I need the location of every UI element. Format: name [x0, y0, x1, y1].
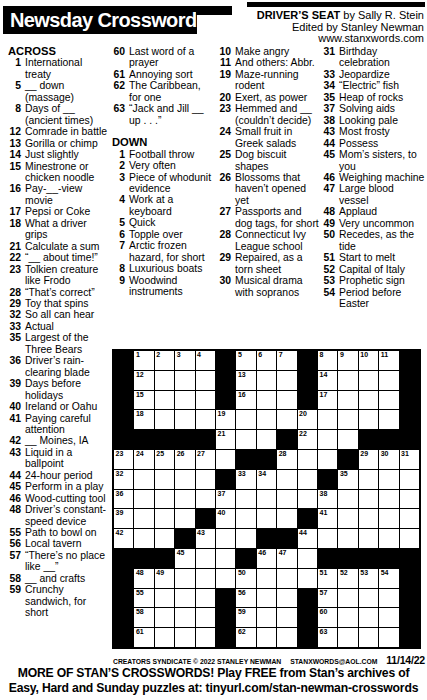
- cell-r13c9[interactable]: [277, 589, 296, 608]
- cell-r3c13[interactable]: [359, 391, 378, 410]
- cell-r3c9[interactable]: [277, 391, 296, 410]
- cell-r10c11[interactable]: [318, 529, 337, 548]
- cell-r14c3[interactable]: [155, 608, 174, 627]
- clue-number: 12: [8, 126, 21, 137]
- clue-number: 42: [8, 435, 21, 446]
- clue-text: Work at a keyboard: [129, 194, 173, 216]
- cell-r15c11[interactable]: 63: [318, 628, 337, 647]
- cell-r3c2[interactable]: 15: [134, 391, 153, 410]
- cell-r12c5[interactable]: [196, 569, 215, 588]
- cell-r13c14[interactable]: [379, 589, 398, 608]
- cell-r9c3[interactable]: [155, 509, 174, 528]
- cell-r9c1[interactable]: 39: [114, 509, 133, 528]
- cell-r3c11[interactable]: 17: [318, 391, 337, 410]
- cell-r9c12[interactable]: [338, 509, 357, 528]
- clue-number: 18: [8, 218, 21, 229]
- clue-text: Solving aids: [339, 103, 395, 114]
- cell-r8c14[interactable]: [379, 490, 398, 509]
- cell-r2c13[interactable]: [359, 371, 378, 390]
- cell-r2c9[interactable]: [277, 371, 296, 390]
- cell-number: 18: [136, 410, 144, 419]
- cell-r3c5[interactable]: [196, 391, 215, 410]
- cell-r11c6[interactable]: [216, 549, 235, 568]
- cell-r9c9[interactable]: [277, 509, 296, 528]
- clue-number: 29: [8, 298, 21, 309]
- cell-r9c13[interactable]: [359, 509, 378, 528]
- black-cell-r5c14: [379, 430, 398, 449]
- cell-r7c1[interactable]: 32: [114, 470, 133, 489]
- cell-r14c14[interactable]: [379, 608, 398, 627]
- cell-r7c13[interactable]: [359, 470, 378, 489]
- cell-r15c5[interactable]: [196, 628, 215, 647]
- black-cell-r4c1: [114, 410, 133, 429]
- clue-text: “That’s correct”: [25, 287, 95, 298]
- cell-r12c13[interactable]: 53: [359, 569, 378, 588]
- puzzle-credits: DRIVER’S SEAT by Sally R. Stein Edited b…: [257, 10, 424, 45]
- cell-r15c4[interactable]: [175, 628, 194, 647]
- cell-r8c6[interactable]: 37: [216, 490, 235, 509]
- cell-r1c5[interactable]: 4: [196, 351, 215, 370]
- clue-text: Arctic frozen hazard, for short: [129, 240, 205, 262]
- clue-text: Passports and dog tags, for short: [235, 206, 319, 228]
- cell-number: 21: [217, 430, 225, 439]
- cell-r13c12[interactable]: [338, 589, 357, 608]
- black-cell-r9c10: [298, 509, 317, 528]
- cell-r1c7[interactable]: 5: [236, 351, 255, 370]
- cell-r4c6[interactable]: 19: [216, 410, 235, 429]
- cell-r15c7[interactable]: 62: [236, 628, 255, 647]
- cell-r2c12[interactable]: [338, 371, 357, 390]
- clue-down-5: 5Quick: [112, 217, 213, 228]
- clue-number: 2: [112, 160, 125, 171]
- clue-across-56: 56Local tavern: [8, 538, 108, 549]
- black-cell-r3c6: [216, 391, 235, 410]
- cell-r11c4[interactable]: 45: [175, 549, 194, 568]
- cell-number: 52: [340, 569, 348, 578]
- cell-r4c14[interactable]: [379, 410, 398, 429]
- clue-down-43: 43Most frosty: [322, 126, 426, 137]
- cell-r11c8[interactable]: 46: [257, 549, 276, 568]
- cell-r15c14[interactable]: [379, 628, 398, 647]
- clue-text: Small fruit in Greek salads: [235, 126, 296, 148]
- cell-r4c3[interactable]: [155, 410, 174, 429]
- clue-across-32: 32So all can hear: [8, 309, 108, 320]
- cell-r8c8[interactable]: [257, 490, 276, 509]
- clue-across-1: 1International treaty: [8, 57, 108, 80]
- cell-r12c7[interactable]: 50: [236, 569, 255, 588]
- cell-r11c5[interactable]: [196, 549, 215, 568]
- clue-down-52: 52Capital of Italy: [322, 264, 426, 275]
- cell-r8c2[interactable]: [134, 490, 153, 509]
- cell-r6c15[interactable]: 31: [400, 450, 419, 469]
- puzzle-title-line: DRIVER’S SEAT by Sally R. Stein: [257, 10, 424, 22]
- cell-r10c6[interactable]: [216, 529, 235, 548]
- clue-text: Liquid in a ballpoint: [25, 447, 72, 469]
- black-cell-r14c1: [114, 608, 133, 627]
- clue-down-8: 8Luxurious boats: [112, 263, 213, 274]
- clue-text: Crunchy sandwich, for short: [25, 584, 86, 618]
- cell-r5c6[interactable]: 21: [216, 430, 235, 449]
- cell-number: 34: [258, 470, 266, 479]
- clue-number: 44: [8, 470, 21, 481]
- clue-number: 15: [8, 161, 21, 172]
- clue-number: 43: [8, 447, 21, 458]
- clue-down-9: 9Woodwind instruments: [112, 275, 213, 298]
- cell-r15c12[interactable]: [338, 628, 357, 647]
- cell-number: 20: [299, 410, 307, 419]
- cell-r13c13[interactable]: [359, 589, 378, 608]
- cell-r9c15[interactable]: [400, 509, 419, 528]
- clue-text: 24-hour period: [25, 470, 93, 481]
- cell-r2c4[interactable]: [175, 371, 194, 390]
- clue-number: 23: [218, 103, 231, 114]
- clue-number: 30: [218, 275, 231, 286]
- cell-number: 45: [177, 549, 185, 558]
- cell-r5c10[interactable]: 22: [298, 430, 317, 449]
- clue-down-11: 11And others: Abbr.: [218, 57, 321, 68]
- black-cell-r11c13: [359, 549, 378, 568]
- black-cell-r11c1: [114, 549, 133, 568]
- cell-r10c15[interactable]: [400, 529, 419, 548]
- clue-number: 53: [322, 275, 335, 286]
- cell-r10c1[interactable]: 42: [114, 529, 133, 548]
- cell-r9c2[interactable]: [134, 509, 153, 528]
- cell-r2c5[interactable]: [196, 371, 215, 390]
- clue-number: 39: [8, 378, 21, 389]
- black-cell-r10c4: [175, 529, 194, 548]
- cell-r4c9[interactable]: [277, 410, 296, 429]
- cell-r8c11[interactable]: 38: [318, 490, 337, 509]
- cell-number: 46: [258, 549, 266, 558]
- clue-text: Capital of Italy: [339, 264, 405, 275]
- cell-r6c13[interactable]: 29: [359, 450, 378, 469]
- clue-across-23: 23Tolkien creature like Frodo: [8, 264, 108, 287]
- cell-number: 51: [319, 569, 327, 578]
- cell-number: 2: [156, 351, 160, 360]
- cell-r13c7[interactable]: 56: [236, 589, 255, 608]
- cell-r14c5[interactable]: [196, 608, 215, 627]
- clue-number: 10: [218, 46, 231, 57]
- cell-r10c14[interactable]: [379, 529, 398, 548]
- cell-r9c11[interactable]: 41: [318, 509, 337, 528]
- clue-text: Ireland or Oahu: [25, 401, 97, 412]
- cell-r4c7[interactable]: [236, 410, 255, 429]
- black-cell-r15c1: [114, 628, 133, 647]
- cell-r2c2[interactable]: 12: [134, 371, 153, 390]
- clue-number: 44: [322, 138, 335, 149]
- clue-number: 4: [112, 194, 125, 205]
- black-cell-r12c1: [114, 569, 133, 588]
- black-cell-r6c12: [338, 450, 357, 469]
- cell-r8c10[interactable]: [298, 490, 317, 509]
- clue-across-60: 60Last word of a prayer: [112, 46, 213, 69]
- cell-r15c3[interactable]: [155, 628, 174, 647]
- cell-r12c3[interactable]: 49: [155, 569, 174, 588]
- down-heading: DOWN: [112, 137, 213, 148]
- cell-number: 10: [360, 351, 368, 360]
- clue-across-12: 12Comrade in battle: [8, 126, 108, 137]
- clue-number: 61: [112, 69, 125, 80]
- cell-r13c8[interactable]: [257, 589, 276, 608]
- cell-r3c8[interactable]: [257, 391, 276, 410]
- cell-r1c2[interactable]: 1: [134, 351, 153, 370]
- cell-r11c9[interactable]: 47: [277, 549, 296, 568]
- cell-r3c4[interactable]: [175, 391, 194, 410]
- puzzle-title: DRIVER’S SEAT: [257, 9, 341, 21]
- cell-r10c3[interactable]: [155, 529, 174, 548]
- clue-text: Toy that spins: [25, 298, 89, 309]
- clue-down-48: 48Applaud: [322, 206, 426, 217]
- cell-r1c14[interactable]: 11: [379, 351, 398, 370]
- cell-r14c11[interactable]: 60: [318, 608, 337, 627]
- cell-r8c15[interactable]: [400, 490, 419, 509]
- puzzle-website: www.stanxwords.com: [257, 33, 424, 45]
- cell-r14c13[interactable]: [359, 608, 378, 627]
- cell-number: 30: [381, 450, 389, 459]
- cell-r2c11[interactable]: 14: [318, 371, 337, 390]
- cell-r8c3[interactable]: [155, 490, 174, 509]
- cell-r7c7[interactable]: 33: [236, 470, 255, 489]
- cell-r3c12[interactable]: [338, 391, 357, 410]
- clue-text: Hemmed and __ (couldn’t decide): [235, 103, 312, 125]
- cell-r10c10[interactable]: 44: [298, 529, 317, 548]
- cell-r15c9[interactable]: [277, 628, 296, 647]
- clue-number: 35: [8, 332, 21, 343]
- clue-number: 37: [322, 103, 335, 114]
- clue-number: 21: [8, 241, 21, 252]
- clue-number: 20: [218, 92, 231, 103]
- cell-r13c5[interactable]: [196, 589, 215, 608]
- clue-number: 23: [8, 264, 21, 275]
- cell-r2c8[interactable]: [257, 371, 276, 390]
- cell-r10c13[interactable]: [359, 529, 378, 548]
- cell-r7c9[interactable]: [277, 470, 296, 489]
- cell-r1c3[interactable]: 2: [155, 351, 174, 370]
- cell-r12c2[interactable]: 48: [134, 569, 153, 588]
- cell-r14c9[interactable]: [277, 608, 296, 627]
- cell-r9c7[interactable]: [236, 509, 255, 528]
- cell-r12c14[interactable]: 54: [379, 569, 398, 588]
- cell-r2c14[interactable]: [379, 371, 398, 390]
- cell-r10c7[interactable]: [236, 529, 255, 548]
- cell-r1c12[interactable]: 9: [338, 351, 357, 370]
- clue-number: 38: [322, 115, 335, 126]
- cell-r7c3[interactable]: [155, 470, 174, 489]
- clue-down-26: 26Blossoms that haven’t opened yet: [218, 172, 321, 206]
- cell-r7c12[interactable]: 35: [338, 470, 357, 489]
- clue-text: Heap of rocks: [339, 92, 403, 103]
- cell-r13c11[interactable]: 57: [318, 589, 337, 608]
- black-cell-r2c6: [216, 371, 235, 390]
- cell-r12c9[interactable]: [277, 569, 296, 588]
- cell-r7c14[interactable]: [379, 470, 398, 489]
- cell-r12c6[interactable]: [216, 569, 235, 588]
- clue-down-24: 24Small fruit in Greek salads: [218, 126, 321, 149]
- cell-r8c13[interactable]: [359, 490, 378, 509]
- black-cell-r1c15: [400, 351, 419, 370]
- cell-r14c8[interactable]: [257, 608, 276, 627]
- cell-r9c14[interactable]: [379, 509, 398, 528]
- cell-r4c2[interactable]: 18: [134, 410, 153, 429]
- clue-text: Maze-running rodent: [235, 69, 299, 91]
- cell-r8c5[interactable]: [196, 490, 215, 509]
- cell-r14c7[interactable]: 59: [236, 608, 255, 627]
- cell-r7c15[interactable]: [400, 470, 419, 489]
- cell-r8c12[interactable]: [338, 490, 357, 509]
- clue-across-55: 55Path to bowl on: [8, 527, 108, 538]
- cell-r6c3[interactable]: 25: [155, 450, 174, 469]
- cell-r6c9[interactable]: 28: [277, 450, 296, 469]
- cell-r9c6[interactable]: 40: [216, 509, 235, 528]
- cell-r1c13[interactable]: 10: [359, 351, 378, 370]
- cell-r6c6[interactable]: [216, 450, 235, 469]
- cell-r6c5[interactable]: 27: [196, 450, 215, 469]
- clue-text: Football throw: [129, 149, 194, 160]
- cell-r5c7[interactable]: [236, 430, 255, 449]
- cell-r6c11[interactable]: [318, 450, 337, 469]
- cell-number: 3: [177, 351, 181, 360]
- cell-r15c2[interactable]: 61: [134, 628, 153, 647]
- clue-text: Exert, as power: [235, 92, 307, 103]
- cell-number: 55: [136, 589, 144, 598]
- cell-r13c2[interactable]: 55: [134, 589, 153, 608]
- clue-across-59: 59Crunchy sandwich, for short: [8, 584, 108, 618]
- clue-across-21: 21Calculate a sum: [8, 241, 108, 252]
- cell-r1c8[interactable]: 6: [257, 351, 276, 370]
- clue-across-45: 45Perform in a play: [8, 481, 108, 492]
- clue-text: Pay-__-view movie: [25, 183, 82, 205]
- cell-r1c11[interactable]: 8: [318, 351, 337, 370]
- cell-number: 32: [116, 470, 124, 479]
- cell-number: 36: [116, 490, 124, 499]
- clue-text: Jeopardize: [339, 69, 390, 80]
- cell-r2c7[interactable]: 13: [236, 371, 255, 390]
- cell-r6c14[interactable]: 30: [379, 450, 398, 469]
- cell-number: 24: [136, 450, 144, 459]
- cell-r5c12[interactable]: [338, 430, 357, 449]
- masthead-extension-bar: [196, 6, 232, 15]
- cell-r7c4[interactable]: [175, 470, 194, 489]
- cell-r12c4[interactable]: [175, 569, 194, 588]
- cell-r8c4[interactable]: [175, 490, 194, 509]
- cell-r12c12[interactable]: 52: [338, 569, 357, 588]
- black-cell-r12c15: [400, 569, 419, 588]
- cell-r14c12[interactable]: [338, 608, 357, 627]
- clue-number: 13: [8, 138, 21, 149]
- black-cell-r14c6: [216, 608, 235, 627]
- clue-across-63: 63“Jack and Jill __ up . . .”: [112, 103, 213, 126]
- cell-number: 62: [238, 628, 246, 637]
- cell-r13c4[interactable]: [175, 589, 194, 608]
- cell-r4c8[interactable]: [257, 410, 276, 429]
- cell-r5c8[interactable]: [257, 430, 276, 449]
- cell-number: 15: [136, 391, 144, 400]
- clue-across-46: 46Wood-cutting tool: [8, 493, 108, 504]
- clue-down-28: 28Connecticut Ivy League school: [218, 229, 321, 252]
- cell-r7c8[interactable]: 34: [257, 470, 276, 489]
- black-cell-r11c12: [338, 549, 357, 568]
- cell-r4c10[interactable]: 20: [298, 410, 317, 429]
- cell-r8c7[interactable]: [236, 490, 255, 509]
- cell-r6c2[interactable]: 24: [134, 450, 153, 469]
- clue-across-58: 58__ and crafts: [8, 573, 108, 584]
- clue-text: Weighing machine: [339, 172, 424, 183]
- cell-number: 50: [238, 569, 246, 578]
- cell-r15c13[interactable]: [359, 628, 378, 647]
- cell-r6c10[interactable]: [298, 450, 317, 469]
- clue-down-31: 31Birthday celebration: [322, 46, 426, 69]
- cell-r8c9[interactable]: [277, 490, 296, 509]
- clue-number: 9: [112, 275, 125, 286]
- cell-r10c5[interactable]: 43: [196, 529, 215, 548]
- cell-r14c4[interactable]: [175, 608, 194, 627]
- cell-r3c7[interactable]: 16: [236, 391, 255, 410]
- cell-r5c11[interactable]: [318, 430, 337, 449]
- clue-column-2: 60Last word of a prayer61Annoying sort62…: [112, 46, 213, 298]
- clue-text: Just slightly: [25, 149, 79, 160]
- cell-r10c12[interactable]: [338, 529, 357, 548]
- cell-r1c9[interactable]: 7: [277, 351, 296, 370]
- black-cell-r3c10: [298, 391, 317, 410]
- cell-number: 28: [279, 450, 287, 459]
- cell-r1c4[interactable]: 3: [175, 351, 194, 370]
- cell-r6c1[interactable]: 23: [114, 450, 133, 469]
- cell-r6c4[interactable]: 26: [175, 450, 194, 469]
- cell-r7c10[interactable]: [298, 470, 317, 489]
- promo-line-1: MORE OF STAN’S CROSSWORDS! Play FREE fro…: [0, 666, 427, 681]
- cell-r3c3[interactable]: [155, 391, 174, 410]
- black-cell-r7c6: [216, 470, 235, 489]
- cell-r12c11[interactable]: 51: [318, 569, 337, 588]
- cell-r10c2[interactable]: [134, 529, 153, 548]
- cell-r9c8[interactable]: [257, 509, 276, 528]
- clue-number: 24: [218, 126, 231, 137]
- clue-text: “Electric” fish: [339, 80, 399, 91]
- cell-r4c5[interactable]: [196, 410, 215, 429]
- cell-r4c11[interactable]: [318, 410, 337, 429]
- clue-text: The Caribbean, for one: [129, 80, 201, 102]
- cell-number: 63: [319, 628, 327, 637]
- cell-r12c8[interactable]: [257, 569, 276, 588]
- cell-number: 17: [319, 391, 327, 400]
- cell-r11c10[interactable]: [298, 549, 317, 568]
- clue-text: Wood-cutting tool: [25, 493, 106, 504]
- cell-r4c4[interactable]: [175, 410, 194, 429]
- clue-text: Connecticut Ivy League school: [235, 229, 306, 251]
- cell-r4c12[interactable]: [338, 410, 357, 429]
- cell-r2c3[interactable]: [155, 371, 174, 390]
- cell-r4c13[interactable]: [359, 410, 378, 429]
- cell-r12c10[interactable]: [298, 569, 317, 588]
- cell-r9c4[interactable]: [175, 509, 194, 528]
- black-cell-r10c9: [277, 529, 296, 548]
- black-cell-r13c1: [114, 589, 133, 608]
- cell-r15c8[interactable]: [257, 628, 276, 647]
- cell-r7c2[interactable]: [134, 470, 153, 489]
- syndicate-credit-line: CREATORS SYNDICATE © 2022 STANLEY NEWMAN…: [113, 654, 425, 666]
- clue-text: Dog biscuit shapes: [235, 149, 286, 171]
- clue-down-38: 38Looking pale: [322, 115, 426, 126]
- cell-r3c14[interactable]: [379, 391, 398, 410]
- clue-text: Prophetic sign: [339, 275, 405, 286]
- clue-text: Path to bowl on: [25, 527, 97, 538]
- cell-r7c5[interactable]: [196, 470, 215, 489]
- cell-r8c1[interactable]: 36: [114, 490, 133, 509]
- cell-number: 38: [319, 490, 327, 499]
- cell-r14c2[interactable]: 58: [134, 608, 153, 627]
- cell-r13c3[interactable]: [155, 589, 174, 608]
- clue-number: 11: [218, 57, 231, 68]
